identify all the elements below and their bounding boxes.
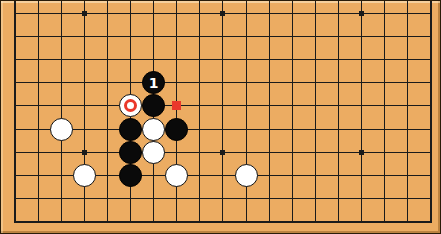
stone-black-F4 [119,141,142,164]
stone-white-L3 [235,164,258,187]
grid-line-vertical [38,1,39,223]
grid-line-vertical [107,1,108,223]
stone-white-C5 [50,118,73,141]
grid-line-vertical [384,1,385,223]
stone-white-G5 [142,118,165,141]
grid-line-horizontal [14,105,432,106]
grid-line-horizontal [14,59,432,60]
red-circle-mark-icon [124,99,137,112]
grid-line-vertical [269,1,270,223]
star-point [359,150,364,155]
go-board-diagram: 1 [0,0,441,234]
grid-line-vertical [315,1,316,223]
grid-line-vertical [361,1,362,223]
grid-line-vertical [292,1,293,223]
stone-white-G4 [142,141,165,164]
grid-line-vertical [61,1,62,223]
grid-line-horizontal [14,82,432,83]
grid-line-vertical [430,1,432,223]
grid-line-vertical [176,1,177,223]
stone-black-G7: 1 [142,71,165,94]
stone-black-F5 [119,118,142,141]
grid-line-vertical [222,1,223,223]
star-point [220,150,225,155]
grid-line-vertical [338,1,339,223]
grid-line-horizontal [14,129,432,130]
grid-line-vertical [407,1,408,223]
red-square-mark-icon [172,101,181,110]
move-number-label: 1 [149,76,159,90]
star-point [359,11,364,16]
stone-white-D3 [73,164,96,187]
stone-white-F6 [119,94,142,117]
grid-line-horizontal [14,36,432,37]
stone-black-G6 [142,94,165,117]
star-point [82,11,87,16]
grid-line-vertical [246,1,247,223]
grid-line-vertical [199,1,200,223]
stone-black-H5 [165,118,188,141]
star-point [220,11,225,16]
grid-line-horizontal [14,198,432,199]
star-point [82,150,87,155]
grid-line-horizontal [14,221,432,223]
stone-black-F3 [119,164,142,187]
grid-line-vertical [14,1,16,223]
grid-line-vertical [84,1,85,223]
stone-white-H3 [165,164,188,187]
